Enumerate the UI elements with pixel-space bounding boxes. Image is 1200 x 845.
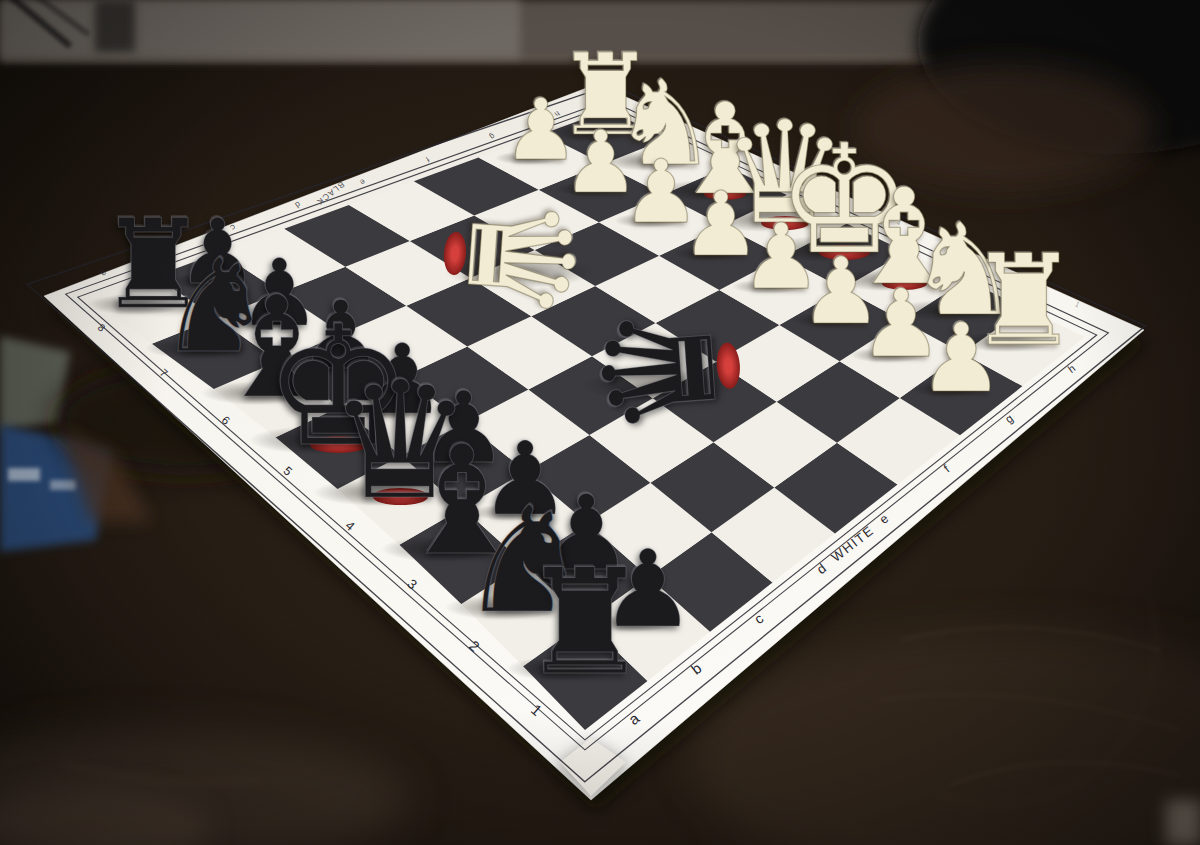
chessboard: abcdefgh12345678abcdefgh12345678WHITEBLA… (0, 0, 1200, 845)
photo-scene: abcdefgh12345678abcdefgh12345678WHITEBLA… (0, 0, 1200, 845)
chessboard-svg: abcdefgh12345678abcdefgh12345678WHITEBLA… (0, 0, 1200, 845)
